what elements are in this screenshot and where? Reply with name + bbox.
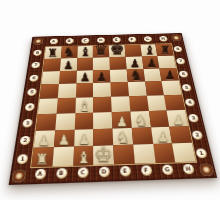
coordinate-medallion: 7 — [176, 58, 186, 64]
coordinate-medallion: 7 — [31, 61, 40, 68]
piece-white-knight: ♞ — [113, 130, 133, 146]
square-h6: ♟ — [160, 68, 179, 82]
piece-white-rook: ♜ — [32, 152, 53, 167]
square-c3 — [74, 112, 93, 129]
square-b6 — [59, 70, 77, 84]
coordinate-medallion: B — [65, 38, 73, 44]
coordinate-medallion: G — [143, 36, 152, 42]
square-f3: ♞ — [130, 111, 150, 128]
corner-rosette — [171, 34, 182, 41]
square-f4 — [129, 96, 149, 112]
coordinate-medallion: 3 — [188, 114, 199, 122]
coordinate-medallion: 2 — [191, 130, 203, 139]
board-frame: ABCDEFGH ABCDEFGH 87654321 87654321 ♜♞♝♛… — [9, 33, 218, 185]
square-f8 — [124, 45, 141, 57]
square-f1 — [133, 144, 155, 163]
coordinate-medallion: D — [98, 167, 109, 178]
piece-white-pawn: ♟ — [112, 115, 131, 128]
square-b2: ♟ — [54, 129, 75, 147]
piece-black-pawn: ♟ — [60, 60, 77, 71]
square-g8: ♝ — [140, 44, 158, 56]
square-b7: ♟ — [60, 58, 77, 71]
square-c5 — [75, 83, 93, 98]
piece-black-king: ♚ — [109, 41, 125, 57]
coordinate-medallion: E — [119, 166, 130, 177]
square-e1 — [113, 145, 134, 164]
square-h8: ♜ — [156, 44, 174, 56]
square-e8: ♚ — [109, 45, 126, 57]
square-a7 — [43, 58, 61, 71]
piece-white-pawn: ♟ — [34, 134, 54, 147]
square-e2: ♞ — [112, 128, 133, 146]
coordinate-medallion: B — [56, 168, 67, 179]
piece-white-bishop: ♝ — [73, 149, 94, 165]
square-h5 — [162, 81, 182, 95]
square-e6 — [110, 69, 128, 83]
coordinate-medallion: G — [161, 165, 173, 175]
piece-black-pawn: ♟ — [143, 57, 160, 68]
coordinate-medallion: 2 — [20, 135, 31, 144]
coordinate-medallion: 3 — [22, 118, 33, 127]
square-a5 — [40, 84, 59, 99]
piece-black-rook: ♜ — [45, 47, 61, 59]
piece-white-bishop: ♝ — [75, 98, 93, 113]
piece-black-pawn: ♟ — [162, 70, 179, 82]
piece-black-pawn: ♟ — [76, 72, 93, 84]
coordinate-medallion: A — [49, 39, 57, 45]
coordinate-medallion: 4 — [185, 98, 196, 106]
square-d7 — [93, 57, 110, 70]
chess-set-photo: ABCDEFGH ABCDEFGH 87654321 87654321 ♜♞♝♛… — [0, 0, 220, 200]
piece-black-bishop: ♝ — [77, 45, 93, 58]
coordinate-medallion: A — [34, 169, 46, 180]
piece-black-knight: ♞ — [127, 69, 144, 83]
square-a3 — [36, 114, 57, 131]
square-g7: ♟ — [141, 56, 159, 69]
square-e7 — [109, 57, 126, 70]
square-b1 — [52, 147, 73, 167]
square-h7 — [157, 55, 176, 68]
corner-rosette — [11, 169, 26, 182]
piece-white-king: ♚ — [93, 144, 114, 165]
piece-white-pawn: ♟ — [169, 113, 188, 126]
square-a1: ♜ — [31, 147, 53, 167]
square-d1: ♚ — [93, 146, 114, 165]
square-c8: ♝ — [77, 46, 93, 58]
square-f5 — [128, 82, 147, 97]
square-a6 — [41, 71, 59, 85]
square-d6: ♟ — [93, 69, 110, 83]
piece-white-pawn: ♟ — [74, 133, 94, 146]
coordinate-medallion: 6 — [29, 74, 39, 81]
square-c1: ♝ — [73, 146, 94, 166]
square-a2: ♟ — [34, 130, 55, 148]
coordinate-medallion: 5 — [27, 88, 37, 95]
coordinate-medallion: C — [77, 167, 88, 178]
square-b4 — [56, 98, 75, 114]
coordinate-medallion: F — [140, 165, 152, 176]
coordinate-medallion: 5 — [181, 84, 191, 91]
coordinate-medallion: 8 — [33, 49, 42, 55]
piece-white-pawn: ♟ — [153, 131, 173, 144]
square-b5 — [58, 84, 76, 99]
square-e5 — [110, 82, 128, 97]
coordinate-medallion: H — [182, 164, 194, 174]
square-c6: ♟ — [76, 70, 93, 84]
piece-black-queen: ♛ — [93, 42, 109, 57]
piece-black-knight: ♞ — [61, 46, 77, 59]
square-c2: ♟ — [74, 129, 94, 147]
chess-board: ♜♞♝♛♚♝♜♟♟♟♟♟♞♟♝♟♞♟♟♟♟♞♟♜♝♚ — [30, 43, 197, 168]
piece-black-bishop: ♝ — [141, 44, 157, 57]
piece-black-pawn: ♟ — [93, 72, 110, 84]
coordinate-medallion: H — [159, 36, 168, 42]
coordinate-medallion: 1 — [17, 154, 29, 164]
square-a4 — [38, 98, 58, 114]
square-f2 — [131, 127, 152, 145]
square-d3 — [93, 112, 112, 129]
square-h3: ♟ — [167, 110, 189, 127]
square-f6: ♞ — [126, 69, 144, 83]
board-scene: ABCDEFGH ABCDEFGH 87654321 87654321 ♜♞♝♛… — [23, 9, 197, 183]
piece-white-pawn: ♟ — [54, 134, 74, 147]
square-h2 — [169, 126, 192, 144]
square-d5 — [93, 83, 111, 98]
square-g4 — [146, 95, 166, 111]
coordinate-medallion: C — [81, 38, 89, 44]
square-c7 — [76, 58, 93, 71]
square-b8: ♞ — [61, 46, 78, 58]
piece-black-rook: ♜ — [157, 44, 173, 56]
coordinate-medallion: 4 — [25, 103, 35, 111]
corner-rosette — [33, 38, 44, 45]
square-c4: ♝ — [75, 97, 93, 113]
coordinate-medallion: 8 — [173, 46, 182, 52]
coordinate-medallion: 6 — [179, 70, 189, 77]
coordinate-medallion: 1 — [195, 148, 207, 158]
square-e3: ♟ — [112, 111, 132, 128]
square-b3 — [55, 113, 75, 130]
piece-white-knight: ♞ — [131, 112, 150, 127]
square-d8: ♛ — [93, 45, 109, 57]
corner-rosette — [199, 163, 215, 176]
square-h1 — [172, 143, 196, 162]
square-d4 — [93, 97, 111, 113]
coordinate-medallion: F — [128, 37, 136, 43]
square-h4 — [164, 95, 185, 110]
square-e4 — [111, 96, 130, 112]
square-a8: ♜ — [44, 47, 61, 59]
